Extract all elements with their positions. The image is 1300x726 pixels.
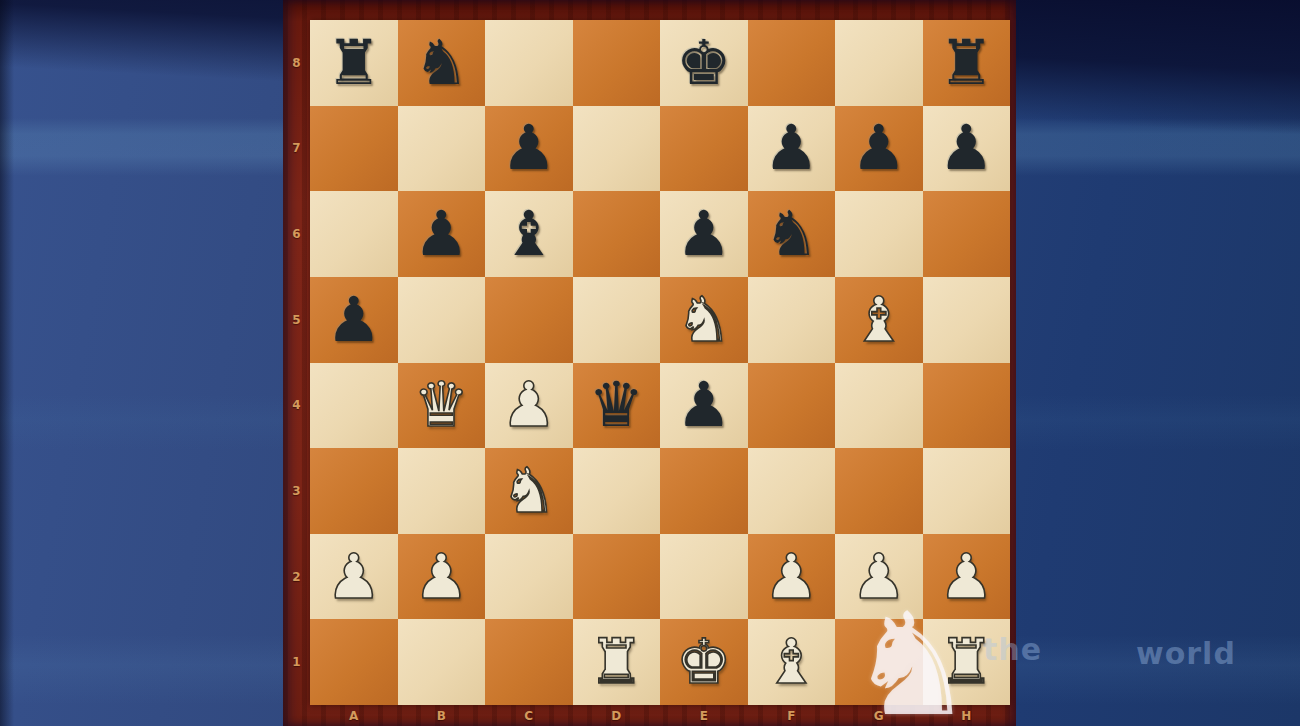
square-c6[interactable]: ♝ <box>485 191 573 277</box>
file-label-h: H <box>923 705 1011 726</box>
square-d7[interactable] <box>573 106 661 192</box>
file-label-c: C <box>485 705 573 726</box>
white-pawn: ♟ <box>413 546 469 608</box>
square-a3[interactable] <box>310 448 398 534</box>
square-g3[interactable] <box>835 448 923 534</box>
square-d3[interactable] <box>573 448 661 534</box>
white-rook: ♜ <box>588 631 644 693</box>
square-c1[interactable] <box>485 619 573 705</box>
square-c2[interactable] <box>485 534 573 620</box>
rank-label-5: 5 <box>283 277 310 363</box>
rank-label-7: 7 <box>283 106 310 192</box>
square-e5[interactable]: ♞ <box>660 277 748 363</box>
scene-background: 87654321 ♜♞♚♜♟♟♟♟♟♝♟♞♟♞♝♛♟♛♟♞♟♟♟♟♟♜♚♝♜ A… <box>0 0 1300 726</box>
square-b6[interactable]: ♟ <box>398 191 486 277</box>
square-g4[interactable] <box>835 363 923 449</box>
square-h7[interactable]: ♟ <box>923 106 1011 192</box>
square-e4[interactable]: ♟ <box>660 363 748 449</box>
white-bishop: ♝ <box>851 289 907 351</box>
black-king: ♚ <box>676 32 732 94</box>
square-c4[interactable]: ♟ <box>485 363 573 449</box>
square-d5[interactable] <box>573 277 661 363</box>
white-rook: ♜ <box>938 631 994 693</box>
square-c8[interactable] <box>485 20 573 106</box>
rank-label-6: 6 <box>283 191 310 277</box>
file-labels: ABCDEFGH <box>310 705 1010 726</box>
rank-label-2: 2 <box>283 534 310 620</box>
square-c7[interactable]: ♟ <box>485 106 573 192</box>
white-pawn: ♟ <box>938 546 994 608</box>
square-a2[interactable]: ♟ <box>310 534 398 620</box>
square-h8[interactable]: ♜ <box>923 20 1011 106</box>
file-label-a: A <box>310 705 398 726</box>
square-c5[interactable] <box>485 277 573 363</box>
square-g8[interactable] <box>835 20 923 106</box>
square-b1[interactable] <box>398 619 486 705</box>
file-label-e: E <box>660 705 748 726</box>
square-a4[interactable] <box>310 363 398 449</box>
square-d4[interactable]: ♛ <box>573 363 661 449</box>
black-pawn: ♟ <box>413 203 469 265</box>
file-label-g: G <box>835 705 923 726</box>
square-f2[interactable]: ♟ <box>748 534 836 620</box>
square-e8[interactable]: ♚ <box>660 20 748 106</box>
file-label-b: B <box>398 705 486 726</box>
square-e6[interactable]: ♟ <box>660 191 748 277</box>
file-label-f: F <box>748 705 836 726</box>
square-b2[interactable]: ♟ <box>398 534 486 620</box>
black-pawn: ♟ <box>676 374 732 436</box>
black-knight: ♞ <box>763 203 819 265</box>
square-d6[interactable] <box>573 191 661 277</box>
white-queen: ♛ <box>413 374 469 436</box>
square-a8[interactable]: ♜ <box>310 20 398 106</box>
square-b3[interactable] <box>398 448 486 534</box>
black-pawn: ♟ <box>501 117 557 179</box>
rank-label-1: 1 <box>283 619 310 705</box>
black-pawn: ♟ <box>676 203 732 265</box>
square-g5[interactable]: ♝ <box>835 277 923 363</box>
square-f6[interactable]: ♞ <box>748 191 836 277</box>
square-h6[interactable] <box>923 191 1011 277</box>
square-e3[interactable] <box>660 448 748 534</box>
square-f8[interactable] <box>748 20 836 106</box>
square-g7[interactable]: ♟ <box>835 106 923 192</box>
square-f7[interactable]: ♟ <box>748 106 836 192</box>
white-king: ♚ <box>676 631 732 693</box>
square-a7[interactable] <box>310 106 398 192</box>
square-b4[interactable]: ♛ <box>398 363 486 449</box>
black-rook: ♜ <box>326 32 382 94</box>
square-e2[interactable] <box>660 534 748 620</box>
black-pawn: ♟ <box>326 289 382 351</box>
square-c3[interactable]: ♞ <box>485 448 573 534</box>
square-d1[interactable]: ♜ <box>573 619 661 705</box>
square-b7[interactable] <box>398 106 486 192</box>
black-pawn: ♟ <box>763 117 819 179</box>
square-f3[interactable] <box>748 448 836 534</box>
black-queen: ♛ <box>588 374 644 436</box>
black-rook: ♜ <box>938 32 994 94</box>
square-f5[interactable] <box>748 277 836 363</box>
black-pawn: ♟ <box>851 117 907 179</box>
white-pawn: ♟ <box>763 546 819 608</box>
rank-label-3: 3 <box>283 448 310 534</box>
watermark-text-world: world <box>1136 636 1236 671</box>
file-label-d: D <box>573 705 661 726</box>
chess-board: ♜♞♚♜♟♟♟♟♟♝♟♞♟♞♝♛♟♛♟♞♟♟♟♟♟♜♚♝♜ <box>310 20 1010 705</box>
white-pawn: ♟ <box>851 546 907 608</box>
square-a6[interactable] <box>310 191 398 277</box>
rank-labels: 87654321 <box>283 20 310 705</box>
white-pawn: ♟ <box>501 374 557 436</box>
white-bishop: ♝ <box>763 631 819 693</box>
square-b5[interactable] <box>398 277 486 363</box>
white-knight: ♞ <box>676 289 732 351</box>
square-f1[interactable]: ♝ <box>748 619 836 705</box>
square-f4[interactable] <box>748 363 836 449</box>
rank-label-8: 8 <box>283 20 310 106</box>
square-a1[interactable] <box>310 619 398 705</box>
black-pawn: ♟ <box>938 117 994 179</box>
square-h5[interactable] <box>923 277 1011 363</box>
black-bishop: ♝ <box>501 203 557 265</box>
square-d8[interactable] <box>573 20 661 106</box>
square-b8[interactable]: ♞ <box>398 20 486 106</box>
square-h4[interactable] <box>923 363 1011 449</box>
square-h3[interactable] <box>923 448 1011 534</box>
black-knight: ♞ <box>413 32 469 94</box>
square-g6[interactable] <box>835 191 923 277</box>
rank-label-4: 4 <box>283 363 310 449</box>
square-d2[interactable] <box>573 534 661 620</box>
square-a5[interactable]: ♟ <box>310 277 398 363</box>
white-knight: ♞ <box>501 460 557 522</box>
white-pawn: ♟ <box>326 546 382 608</box>
square-e7[interactable] <box>660 106 748 192</box>
square-e1[interactable]: ♚ <box>660 619 748 705</box>
